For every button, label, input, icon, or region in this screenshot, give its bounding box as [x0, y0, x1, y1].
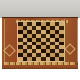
left-wood-panel — [2, 19, 18, 62]
stringing-inlay-line — [4, 19, 5, 62]
diamond-inlay — [3, 44, 16, 57]
games-table — [2, 17, 78, 69]
photo-scene — [0, 0, 80, 80]
stringing-inlay-line — [64, 19, 65, 62]
draughts-board[interactable] — [18, 22, 64, 61]
right-wood-panel — [64, 19, 78, 62]
diamond-inlay — [64, 43, 75, 54]
wall-background — [0, 0, 80, 18]
white-surface-foreground — [0, 69, 80, 80]
square-r10c10-dark[interactable] — [59, 57, 64, 61]
stringing-inlay-line — [77, 19, 78, 62]
